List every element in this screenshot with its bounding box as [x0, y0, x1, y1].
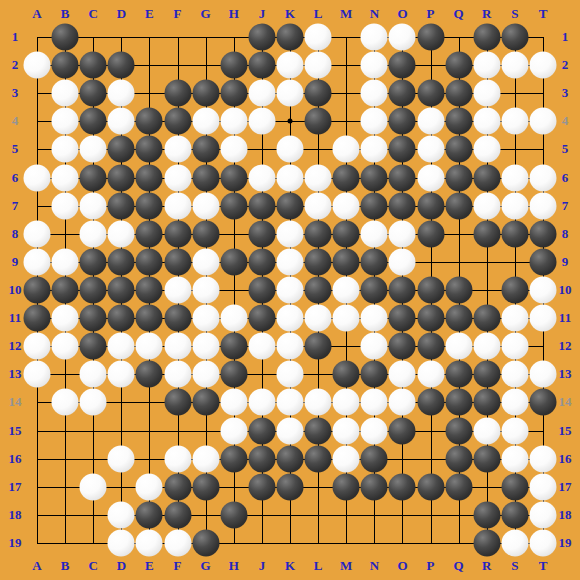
intersection-B3[interactable] [51, 79, 79, 107]
intersection-D8[interactable] [107, 220, 135, 248]
intersection-O18[interactable] [388, 501, 416, 529]
intersection-F8[interactable] [164, 220, 192, 248]
intersection-G3[interactable] [192, 79, 220, 107]
intersection-D17[interactable] [107, 473, 135, 501]
intersection-R3[interactable] [473, 79, 501, 107]
intersection-K8[interactable] [276, 220, 304, 248]
intersection-F3[interactable] [164, 79, 192, 107]
intersection-G17[interactable] [192, 473, 220, 501]
intersection-O8[interactable] [388, 220, 416, 248]
intersection-O4[interactable] [388, 107, 416, 135]
intersection-R16[interactable] [473, 445, 501, 473]
intersection-T15[interactable] [529, 417, 557, 445]
intersection-C6[interactable] [79, 164, 107, 192]
intersection-M11[interactable] [332, 304, 360, 332]
intersection-N3[interactable] [360, 79, 388, 107]
intersection-L2[interactable] [304, 51, 332, 79]
intersection-T7[interactable] [529, 192, 557, 220]
intersection-C7[interactable] [79, 192, 107, 220]
intersection-P2[interactable] [417, 51, 445, 79]
intersection-N1[interactable] [360, 23, 388, 51]
intersection-F9[interactable] [164, 248, 192, 276]
intersection-F16[interactable] [164, 445, 192, 473]
intersection-O12[interactable] [388, 332, 416, 360]
intersection-L4[interactable] [304, 107, 332, 135]
intersection-P1[interactable] [417, 23, 445, 51]
intersection-A6[interactable] [23, 164, 51, 192]
intersection-B18[interactable] [51, 501, 79, 529]
intersection-B10[interactable] [51, 276, 79, 304]
intersection-R9[interactable] [473, 248, 501, 276]
intersection-M17[interactable] [332, 473, 360, 501]
intersection-G4[interactable] [192, 107, 220, 135]
intersection-H2[interactable] [220, 51, 248, 79]
intersection-N10[interactable] [360, 276, 388, 304]
intersection-G19[interactable] [192, 529, 220, 557]
intersection-R8[interactable] [473, 220, 501, 248]
intersection-A17[interactable] [23, 473, 51, 501]
intersection-A1[interactable] [23, 23, 51, 51]
intersection-E19[interactable] [135, 529, 163, 557]
intersection-G14[interactable] [192, 388, 220, 416]
intersection-J1[interactable] [248, 23, 276, 51]
intersection-P9[interactable] [417, 248, 445, 276]
intersection-N11[interactable] [360, 304, 388, 332]
intersection-D15[interactable] [107, 417, 135, 445]
intersection-B7[interactable] [51, 192, 79, 220]
intersection-P17[interactable] [417, 473, 445, 501]
intersection-A18[interactable] [23, 501, 51, 529]
intersection-Q14[interactable] [445, 388, 473, 416]
intersection-L12[interactable] [304, 332, 332, 360]
intersection-R13[interactable] [473, 360, 501, 388]
intersection-O7[interactable] [388, 192, 416, 220]
intersection-M4[interactable] [332, 107, 360, 135]
intersection-N16[interactable] [360, 445, 388, 473]
intersection-E7[interactable] [135, 192, 163, 220]
intersection-C16[interactable] [79, 445, 107, 473]
intersection-S16[interactable] [501, 445, 529, 473]
intersection-C13[interactable] [79, 360, 107, 388]
intersection-K4[interactable] [276, 107, 304, 135]
intersection-N7[interactable] [360, 192, 388, 220]
intersection-F12[interactable] [164, 332, 192, 360]
intersection-D13[interactable] [107, 360, 135, 388]
intersection-L1[interactable] [304, 23, 332, 51]
intersection-E17[interactable] [135, 473, 163, 501]
intersection-P12[interactable] [417, 332, 445, 360]
intersection-F17[interactable] [164, 473, 192, 501]
intersection-P19[interactable] [417, 529, 445, 557]
intersection-Q7[interactable] [445, 192, 473, 220]
intersection-N6[interactable] [360, 164, 388, 192]
intersection-T2[interactable] [529, 51, 557, 79]
intersection-O11[interactable] [388, 304, 416, 332]
intersection-Q6[interactable] [445, 164, 473, 192]
intersection-J7[interactable] [248, 192, 276, 220]
intersection-M15[interactable] [332, 417, 360, 445]
intersection-B12[interactable] [51, 332, 79, 360]
intersection-B2[interactable] [51, 51, 79, 79]
intersection-L10[interactable] [304, 276, 332, 304]
intersection-G6[interactable] [192, 164, 220, 192]
intersection-A11[interactable] [23, 304, 51, 332]
intersection-E2[interactable] [135, 51, 163, 79]
intersection-H8[interactable] [220, 220, 248, 248]
intersection-K17[interactable] [276, 473, 304, 501]
intersection-C2[interactable] [79, 51, 107, 79]
intersection-S15[interactable] [501, 417, 529, 445]
intersection-A8[interactable] [23, 220, 51, 248]
intersection-K19[interactable] [276, 529, 304, 557]
intersection-D11[interactable] [107, 304, 135, 332]
intersection-S13[interactable] [501, 360, 529, 388]
intersection-M1[interactable] [332, 23, 360, 51]
intersection-J17[interactable] [248, 473, 276, 501]
intersection-Q11[interactable] [445, 304, 473, 332]
intersection-M18[interactable] [332, 501, 360, 529]
intersection-B9[interactable] [51, 248, 79, 276]
intersection-F5[interactable] [164, 135, 192, 163]
intersection-E4[interactable] [135, 107, 163, 135]
intersection-L16[interactable] [304, 445, 332, 473]
intersection-E13[interactable] [135, 360, 163, 388]
intersection-O13[interactable] [388, 360, 416, 388]
intersection-L8[interactable] [304, 220, 332, 248]
intersection-C15[interactable] [79, 417, 107, 445]
intersection-T9[interactable] [529, 248, 557, 276]
intersection-L18[interactable] [304, 501, 332, 529]
intersection-F6[interactable] [164, 164, 192, 192]
intersection-L5[interactable] [304, 135, 332, 163]
intersection-G8[interactable] [192, 220, 220, 248]
intersection-H4[interactable] [220, 107, 248, 135]
intersection-B11[interactable] [51, 304, 79, 332]
intersection-E1[interactable] [135, 23, 163, 51]
intersection-Q19[interactable] [445, 529, 473, 557]
intersection-G9[interactable] [192, 248, 220, 276]
intersection-H15[interactable] [220, 417, 248, 445]
intersection-N8[interactable] [360, 220, 388, 248]
intersection-G11[interactable] [192, 304, 220, 332]
intersection-J15[interactable] [248, 417, 276, 445]
intersection-F14[interactable] [164, 388, 192, 416]
intersection-P5[interactable] [417, 135, 445, 163]
intersection-B1[interactable] [51, 23, 79, 51]
intersection-K12[interactable] [276, 332, 304, 360]
intersection-J4[interactable] [248, 107, 276, 135]
intersection-J3[interactable] [248, 79, 276, 107]
intersection-S17[interactable] [501, 473, 529, 501]
intersection-H5[interactable] [220, 135, 248, 163]
intersection-A12[interactable] [23, 332, 51, 360]
intersection-E12[interactable] [135, 332, 163, 360]
intersection-S4[interactable] [501, 107, 529, 135]
intersection-R1[interactable] [473, 23, 501, 51]
intersection-Q9[interactable] [445, 248, 473, 276]
intersection-F18[interactable] [164, 501, 192, 529]
intersection-J5[interactable] [248, 135, 276, 163]
intersection-E9[interactable] [135, 248, 163, 276]
intersection-P15[interactable] [417, 417, 445, 445]
intersection-H6[interactable] [220, 164, 248, 192]
intersection-M16[interactable] [332, 445, 360, 473]
intersection-A15[interactable] [23, 417, 51, 445]
intersection-T16[interactable] [529, 445, 557, 473]
intersection-F2[interactable] [164, 51, 192, 79]
intersection-N14[interactable] [360, 388, 388, 416]
intersection-L19[interactable] [304, 529, 332, 557]
intersection-C18[interactable] [79, 501, 107, 529]
intersection-M14[interactable] [332, 388, 360, 416]
intersection-H17[interactable] [220, 473, 248, 501]
intersection-F4[interactable] [164, 107, 192, 135]
intersection-M13[interactable] [332, 360, 360, 388]
intersection-A9[interactable] [23, 248, 51, 276]
intersection-J18[interactable] [248, 501, 276, 529]
intersection-R10[interactable] [473, 276, 501, 304]
intersection-K11[interactable] [276, 304, 304, 332]
intersection-B6[interactable] [51, 164, 79, 192]
intersection-P18[interactable] [417, 501, 445, 529]
intersection-C8[interactable] [79, 220, 107, 248]
intersection-K3[interactable] [276, 79, 304, 107]
intersection-H7[interactable] [220, 192, 248, 220]
intersection-E10[interactable] [135, 276, 163, 304]
intersection-H19[interactable] [220, 529, 248, 557]
intersection-C12[interactable] [79, 332, 107, 360]
intersection-M8[interactable] [332, 220, 360, 248]
intersection-L17[interactable] [304, 473, 332, 501]
intersection-E14[interactable] [135, 388, 163, 416]
intersection-A3[interactable] [23, 79, 51, 107]
intersection-C9[interactable] [79, 248, 107, 276]
intersection-L3[interactable] [304, 79, 332, 107]
intersection-Q16[interactable] [445, 445, 473, 473]
intersection-K16[interactable] [276, 445, 304, 473]
intersection-J2[interactable] [248, 51, 276, 79]
intersection-K2[interactable] [276, 51, 304, 79]
intersection-G12[interactable] [192, 332, 220, 360]
intersection-R7[interactable] [473, 192, 501, 220]
intersection-T11[interactable] [529, 304, 557, 332]
intersection-F13[interactable] [164, 360, 192, 388]
intersection-S19[interactable] [501, 529, 529, 557]
intersection-M7[interactable] [332, 192, 360, 220]
intersection-R19[interactable] [473, 529, 501, 557]
intersection-P4[interactable] [417, 107, 445, 135]
intersection-L6[interactable] [304, 164, 332, 192]
intersection-Q13[interactable] [445, 360, 473, 388]
intersection-D14[interactable] [107, 388, 135, 416]
intersection-N17[interactable] [360, 473, 388, 501]
intersection-S1[interactable] [501, 23, 529, 51]
intersection-A19[interactable] [23, 529, 51, 557]
intersection-B19[interactable] [51, 529, 79, 557]
intersection-J12[interactable] [248, 332, 276, 360]
intersection-T3[interactable] [529, 79, 557, 107]
intersection-O2[interactable] [388, 51, 416, 79]
intersection-P13[interactable] [417, 360, 445, 388]
intersection-K18[interactable] [276, 501, 304, 529]
intersection-K13[interactable] [276, 360, 304, 388]
intersection-J8[interactable] [248, 220, 276, 248]
intersection-B4[interactable] [51, 107, 79, 135]
intersection-O14[interactable] [388, 388, 416, 416]
intersection-T8[interactable] [529, 220, 557, 248]
intersection-G5[interactable] [192, 135, 220, 163]
intersection-D3[interactable] [107, 79, 135, 107]
intersection-Q8[interactable] [445, 220, 473, 248]
intersection-A10[interactable] [23, 276, 51, 304]
intersection-L15[interactable] [304, 417, 332, 445]
intersection-C14[interactable] [79, 388, 107, 416]
intersection-J19[interactable] [248, 529, 276, 557]
intersection-M2[interactable] [332, 51, 360, 79]
intersection-J9[interactable] [248, 248, 276, 276]
intersection-O17[interactable] [388, 473, 416, 501]
intersection-G18[interactable] [192, 501, 220, 529]
intersection-Q17[interactable] [445, 473, 473, 501]
intersection-C5[interactable] [79, 135, 107, 163]
intersection-N19[interactable] [360, 529, 388, 557]
intersection-N9[interactable] [360, 248, 388, 276]
intersection-M9[interactable] [332, 248, 360, 276]
intersection-C3[interactable] [79, 79, 107, 107]
intersection-E18[interactable] [135, 501, 163, 529]
intersection-T4[interactable] [529, 107, 557, 135]
intersection-E3[interactable] [135, 79, 163, 107]
intersection-S2[interactable] [501, 51, 529, 79]
intersection-F19[interactable] [164, 529, 192, 557]
intersection-D6[interactable] [107, 164, 135, 192]
intersection-O19[interactable] [388, 529, 416, 557]
intersection-M10[interactable] [332, 276, 360, 304]
intersection-P6[interactable] [417, 164, 445, 192]
intersection-D10[interactable] [107, 276, 135, 304]
intersection-M3[interactable] [332, 79, 360, 107]
intersection-B8[interactable] [51, 220, 79, 248]
intersection-N4[interactable] [360, 107, 388, 135]
intersection-D1[interactable] [107, 23, 135, 51]
intersection-B16[interactable] [51, 445, 79, 473]
intersection-K9[interactable] [276, 248, 304, 276]
intersection-N15[interactable] [360, 417, 388, 445]
intersection-Q15[interactable] [445, 417, 473, 445]
intersection-N18[interactable] [360, 501, 388, 529]
intersection-T6[interactable] [529, 164, 557, 192]
intersection-E16[interactable] [135, 445, 163, 473]
intersection-B17[interactable] [51, 473, 79, 501]
intersection-J11[interactable] [248, 304, 276, 332]
intersection-Q12[interactable] [445, 332, 473, 360]
intersection-P11[interactable] [417, 304, 445, 332]
intersection-D2[interactable] [107, 51, 135, 79]
intersection-C19[interactable] [79, 529, 107, 557]
intersection-P14[interactable] [417, 388, 445, 416]
intersection-T1[interactable] [529, 23, 557, 51]
intersection-A2[interactable] [23, 51, 51, 79]
intersection-M5[interactable] [332, 135, 360, 163]
intersection-T10[interactable] [529, 276, 557, 304]
intersection-L14[interactable] [304, 388, 332, 416]
intersection-H1[interactable] [220, 23, 248, 51]
intersection-B5[interactable] [51, 135, 79, 163]
intersection-K1[interactable] [276, 23, 304, 51]
intersection-S18[interactable] [501, 501, 529, 529]
intersection-F7[interactable] [164, 192, 192, 220]
intersection-K6[interactable] [276, 164, 304, 192]
intersection-B13[interactable] [51, 360, 79, 388]
intersection-A4[interactable] [23, 107, 51, 135]
intersection-G2[interactable] [192, 51, 220, 79]
intersection-R6[interactable] [473, 164, 501, 192]
intersection-O10[interactable] [388, 276, 416, 304]
intersection-L13[interactable] [304, 360, 332, 388]
intersection-J16[interactable] [248, 445, 276, 473]
intersection-P7[interactable] [417, 192, 445, 220]
intersection-E15[interactable] [135, 417, 163, 445]
intersection-Q1[interactable] [445, 23, 473, 51]
intersection-E11[interactable] [135, 304, 163, 332]
intersection-S10[interactable] [501, 276, 529, 304]
intersection-T12[interactable] [529, 332, 557, 360]
intersection-D5[interactable] [107, 135, 135, 163]
intersection-B14[interactable] [51, 388, 79, 416]
intersection-O15[interactable] [388, 417, 416, 445]
intersection-H11[interactable] [220, 304, 248, 332]
intersection-C11[interactable] [79, 304, 107, 332]
intersection-L9[interactable] [304, 248, 332, 276]
intersection-A7[interactable] [23, 192, 51, 220]
intersection-Q3[interactable] [445, 79, 473, 107]
intersection-T13[interactable] [529, 360, 557, 388]
intersection-T5[interactable] [529, 135, 557, 163]
intersection-D12[interactable] [107, 332, 135, 360]
intersection-J13[interactable] [248, 360, 276, 388]
intersection-H13[interactable] [220, 360, 248, 388]
intersection-G7[interactable] [192, 192, 220, 220]
intersection-J14[interactable] [248, 388, 276, 416]
intersection-C17[interactable] [79, 473, 107, 501]
intersection-N12[interactable] [360, 332, 388, 360]
intersection-D4[interactable] [107, 107, 135, 135]
intersection-O3[interactable] [388, 79, 416, 107]
intersection-S3[interactable] [501, 79, 529, 107]
intersection-O9[interactable] [388, 248, 416, 276]
intersection-H12[interactable] [220, 332, 248, 360]
intersection-H16[interactable] [220, 445, 248, 473]
intersection-H10[interactable] [220, 276, 248, 304]
intersection-S11[interactable] [501, 304, 529, 332]
intersection-Q10[interactable] [445, 276, 473, 304]
intersection-F15[interactable] [164, 417, 192, 445]
intersection-O16[interactable] [388, 445, 416, 473]
intersection-A13[interactable] [23, 360, 51, 388]
intersection-H14[interactable] [220, 388, 248, 416]
intersection-T14[interactable] [529, 388, 557, 416]
intersection-S7[interactable] [501, 192, 529, 220]
intersection-H3[interactable] [220, 79, 248, 107]
intersection-J10[interactable] [248, 276, 276, 304]
intersection-M19[interactable] [332, 529, 360, 557]
intersection-S14[interactable] [501, 388, 529, 416]
intersection-R5[interactable] [473, 135, 501, 163]
intersection-K7[interactable] [276, 192, 304, 220]
intersection-Q5[interactable] [445, 135, 473, 163]
intersection-G1[interactable] [192, 23, 220, 51]
intersection-C1[interactable] [79, 23, 107, 51]
